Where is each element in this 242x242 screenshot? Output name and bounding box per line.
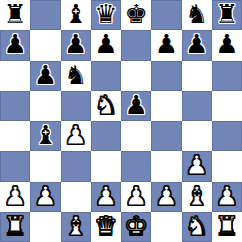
square-e5[interactable]: ♟ [121,91,151,121]
piece-white-rook[interactable]: ♜ [215,213,238,239]
square-f8[interactable] [151,0,181,30]
square-d6[interactable] [91,61,121,91]
piece-white-bishop[interactable]: ♝ [64,213,87,239]
square-e7[interactable] [121,30,151,60]
piece-white-rook[interactable]: ♜ [3,213,26,239]
square-f2[interactable]: ♟ [151,182,181,212]
square-c3[interactable] [61,151,91,181]
square-a5[interactable] [0,91,30,121]
square-f3[interactable] [151,151,181,181]
square-h7[interactable]: ♟ [212,30,242,60]
piece-black-rook[interactable]: ♜ [215,1,238,27]
piece-black-pawn[interactable]: ♟ [34,62,57,88]
piece-white-knight[interactable]: ♞ [185,213,208,239]
piece-white-pawn[interactable]: ♟ [215,183,238,209]
square-f1[interactable] [151,212,181,242]
square-h8[interactable]: ♜ [212,0,242,30]
square-d8[interactable]: ♛ [91,0,121,30]
piece-black-queen[interactable]: ♛ [94,1,117,27]
piece-black-pawn[interactable]: ♟ [155,31,178,57]
square-e2[interactable]: ♟ [121,182,151,212]
square-b2[interactable]: ♟ [30,182,60,212]
piece-black-bishop[interactable]: ♝ [34,122,57,148]
square-a2[interactable]: ♟ [0,182,30,212]
square-e1[interactable]: ♚ [121,212,151,242]
piece-white-pawn[interactable]: ♟ [94,183,117,209]
square-g3[interactable]: ♟ [182,151,212,181]
piece-white-queen[interactable]: ♛ [94,213,117,239]
piece-white-pawn[interactable]: ♟ [155,183,178,209]
chess-board-container: ♜♝♛♚♞♜♟♟♟♟♟♟♟♞♞♟♝♟♟♟♟♟♟♟♝♟♜♝♛♚♞♜ [0,0,242,242]
square-g7[interactable]: ♟ [182,30,212,60]
square-d5[interactable]: ♞ [91,91,121,121]
piece-white-pawn[interactable]: ♟ [185,152,208,178]
piece-white-pawn[interactable]: ♟ [34,183,57,209]
square-g4[interactable] [182,121,212,151]
square-b6[interactable]: ♟ [30,61,60,91]
piece-black-rook[interactable]: ♜ [3,1,26,27]
square-a3[interactable] [0,151,30,181]
square-h6[interactable] [212,61,242,91]
square-b1[interactable] [30,212,60,242]
square-c4[interactable]: ♟ [61,121,91,151]
square-g1[interactable]: ♞ [182,212,212,242]
piece-white-bishop[interactable]: ♝ [185,183,208,209]
square-g8[interactable]: ♞ [182,0,212,30]
square-d4[interactable] [91,121,121,151]
square-g5[interactable] [182,91,212,121]
piece-white-pawn[interactable]: ♟ [3,183,26,209]
piece-black-pawn[interactable]: ♟ [124,92,147,118]
square-d3[interactable] [91,151,121,181]
square-c8[interactable]: ♝ [61,0,91,30]
square-c2[interactable] [61,182,91,212]
piece-white-pawn[interactable]: ♟ [124,183,147,209]
square-f6[interactable] [151,61,181,91]
piece-black-knight[interactable]: ♞ [185,1,208,27]
square-h5[interactable] [212,91,242,121]
square-h3[interactable] [212,151,242,181]
square-d1[interactable]: ♛ [91,212,121,242]
square-d7[interactable]: ♟ [91,30,121,60]
piece-black-pawn[interactable]: ♟ [185,31,208,57]
piece-white-king[interactable]: ♚ [124,213,147,239]
piece-black-bishop[interactable]: ♝ [64,1,87,27]
square-e6[interactable] [121,61,151,91]
square-e8[interactable]: ♚ [121,0,151,30]
piece-black-pawn[interactable]: ♟ [64,31,87,57]
piece-black-king[interactable]: ♚ [124,1,147,27]
square-h2[interactable]: ♟ [212,182,242,212]
square-d2[interactable]: ♟ [91,182,121,212]
square-f5[interactable] [151,91,181,121]
square-e4[interactable] [121,121,151,151]
piece-black-pawn[interactable]: ♟ [215,31,238,57]
piece-black-knight[interactable]: ♞ [64,62,87,88]
square-h1[interactable]: ♜ [212,212,242,242]
square-c6[interactable]: ♞ [61,61,91,91]
piece-white-pawn[interactable]: ♟ [64,122,87,148]
square-e3[interactable] [121,151,151,181]
chess-board: ♜♝♛♚♞♜♟♟♟♟♟♟♟♞♞♟♝♟♟♟♟♟♟♟♝♟♜♝♛♚♞♜ [0,0,242,242]
square-h4[interactable] [212,121,242,151]
square-b7[interactable] [30,30,60,60]
square-a1[interactable]: ♜ [0,212,30,242]
square-a8[interactable]: ♜ [0,0,30,30]
square-c1[interactable]: ♝ [61,212,91,242]
square-b3[interactable] [30,151,60,181]
piece-black-pawn[interactable]: ♟ [3,31,26,57]
square-c7[interactable]: ♟ [61,30,91,60]
square-f7[interactable]: ♟ [151,30,181,60]
square-g6[interactable] [182,61,212,91]
square-b8[interactable] [30,0,60,30]
square-b4[interactable]: ♝ [30,121,60,151]
square-a4[interactable] [0,121,30,151]
square-g2[interactable]: ♝ [182,182,212,212]
piece-black-pawn[interactable]: ♟ [94,31,117,57]
square-b5[interactable] [30,91,60,121]
square-f4[interactable] [151,121,181,151]
square-c5[interactable] [61,91,91,121]
square-a7[interactable]: ♟ [0,30,30,60]
square-a6[interactable] [0,61,30,91]
piece-white-knight[interactable]: ♞ [94,92,117,118]
